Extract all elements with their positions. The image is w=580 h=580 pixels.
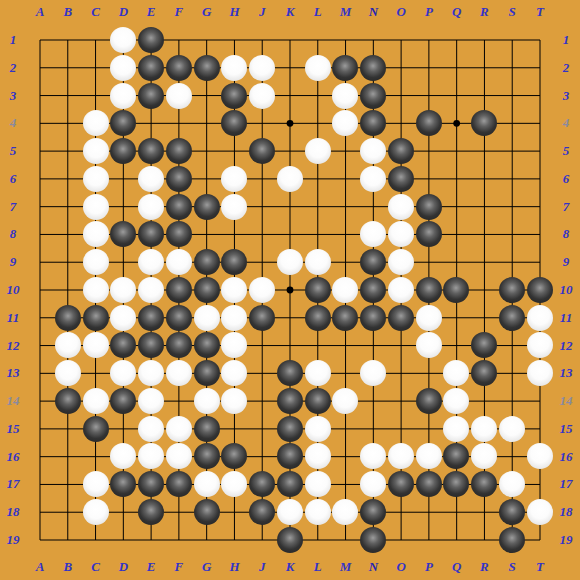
intersection-C16[interactable] — [82, 443, 110, 471]
intersection-H9[interactable] — [220, 248, 248, 276]
intersection-O16[interactable] — [387, 443, 415, 471]
intersection-Q15[interactable] — [443, 415, 471, 443]
intersection-P10[interactable] — [415, 276, 443, 304]
intersection-N17[interactable] — [359, 470, 387, 498]
intersection-G18[interactable] — [193, 498, 221, 526]
intersection-Q7[interactable] — [443, 193, 471, 221]
intersection-T18[interactable] — [526, 498, 554, 526]
intersection-L17[interactable] — [304, 470, 332, 498]
intersection-J1[interactable] — [248, 26, 276, 54]
intersection-O4[interactable] — [387, 109, 415, 137]
intersection-B7[interactable] — [54, 193, 82, 221]
intersection-B3[interactable] — [54, 82, 82, 110]
intersection-J13[interactable] — [248, 359, 276, 387]
intersection-A11[interactable] — [26, 304, 54, 332]
intersection-S10[interactable] — [498, 276, 526, 304]
intersection-R3[interactable] — [470, 82, 498, 110]
intersection-D18[interactable] — [109, 498, 137, 526]
intersection-J8[interactable] — [248, 220, 276, 248]
intersection-F15[interactable] — [165, 415, 193, 443]
intersection-S11[interactable] — [498, 304, 526, 332]
intersection-B5[interactable] — [54, 137, 82, 165]
intersection-H5[interactable] — [220, 137, 248, 165]
intersection-E17[interactable] — [137, 470, 165, 498]
intersection-E11[interactable] — [137, 304, 165, 332]
intersection-Q2[interactable] — [443, 54, 471, 82]
intersection-Q10[interactable] — [443, 276, 471, 304]
intersection-A13[interactable] — [26, 359, 54, 387]
intersection-H8[interactable] — [220, 220, 248, 248]
intersection-B11[interactable] — [54, 304, 82, 332]
intersection-P15[interactable] — [415, 415, 443, 443]
intersection-R7[interactable] — [470, 193, 498, 221]
intersection-L11[interactable] — [304, 304, 332, 332]
intersection-L8[interactable] — [304, 220, 332, 248]
intersection-F18[interactable] — [165, 498, 193, 526]
intersection-F6[interactable] — [165, 165, 193, 193]
intersection-T8[interactable] — [526, 220, 554, 248]
intersection-D2[interactable] — [109, 54, 137, 82]
intersection-D7[interactable] — [109, 193, 137, 221]
intersection-G19[interactable] — [193, 526, 221, 554]
intersection-R2[interactable] — [470, 54, 498, 82]
intersection-D3[interactable] — [109, 82, 137, 110]
intersection-N3[interactable] — [359, 82, 387, 110]
intersection-F13[interactable] — [165, 359, 193, 387]
intersection-R6[interactable] — [470, 165, 498, 193]
intersection-K11[interactable] — [276, 304, 304, 332]
intersection-M4[interactable] — [332, 109, 360, 137]
intersection-D17[interactable] — [109, 470, 137, 498]
intersection-F19[interactable] — [165, 526, 193, 554]
intersection-H12[interactable] — [220, 332, 248, 360]
intersection-H18[interactable] — [220, 498, 248, 526]
intersection-J15[interactable] — [248, 415, 276, 443]
intersection-F3[interactable] — [165, 82, 193, 110]
intersection-C3[interactable] — [82, 82, 110, 110]
intersection-C12[interactable] — [82, 332, 110, 360]
intersection-B17[interactable] — [54, 470, 82, 498]
intersection-C19[interactable] — [82, 526, 110, 554]
intersection-D10[interactable] — [109, 276, 137, 304]
intersection-E5[interactable] — [137, 137, 165, 165]
intersection-P16[interactable] — [415, 443, 443, 471]
intersection-S18[interactable] — [498, 498, 526, 526]
intersection-E2[interactable] — [137, 54, 165, 82]
intersection-J10[interactable] — [248, 276, 276, 304]
intersection-E6[interactable] — [137, 165, 165, 193]
intersection-N1[interactable] — [359, 26, 387, 54]
intersection-C2[interactable] — [82, 54, 110, 82]
intersection-A7[interactable] — [26, 193, 54, 221]
intersection-S6[interactable] — [498, 165, 526, 193]
intersection-K18[interactable] — [276, 498, 304, 526]
intersection-L12[interactable] — [304, 332, 332, 360]
intersection-B13[interactable] — [54, 359, 82, 387]
intersection-A19[interactable] — [26, 526, 54, 554]
intersection-D19[interactable] — [109, 526, 137, 554]
intersection-E13[interactable] — [137, 359, 165, 387]
intersection-J11[interactable] — [248, 304, 276, 332]
intersection-G3[interactable] — [193, 82, 221, 110]
intersection-T2[interactable] — [526, 54, 554, 82]
intersection-S19[interactable] — [498, 526, 526, 554]
intersection-S4[interactable] — [498, 109, 526, 137]
intersection-C17[interactable] — [82, 470, 110, 498]
intersection-Q6[interactable] — [443, 165, 471, 193]
intersection-M12[interactable] — [332, 332, 360, 360]
intersection-H10[interactable] — [220, 276, 248, 304]
intersection-J6[interactable] — [248, 165, 276, 193]
intersection-B15[interactable] — [54, 415, 82, 443]
intersection-O19[interactable] — [387, 526, 415, 554]
intersection-G2[interactable] — [193, 54, 221, 82]
intersection-O17[interactable] — [387, 470, 415, 498]
intersection-B12[interactable] — [54, 332, 82, 360]
intersection-P1[interactable] — [415, 26, 443, 54]
intersection-Q3[interactable] — [443, 82, 471, 110]
intersection-L3[interactable] — [304, 82, 332, 110]
intersection-C11[interactable] — [82, 304, 110, 332]
intersection-C6[interactable] — [82, 165, 110, 193]
intersection-M19[interactable] — [332, 526, 360, 554]
intersection-O18[interactable] — [387, 498, 415, 526]
intersection-Q13[interactable] — [443, 359, 471, 387]
intersection-M1[interactable] — [332, 26, 360, 54]
intersection-H17[interactable] — [220, 470, 248, 498]
intersection-E10[interactable] — [137, 276, 165, 304]
intersection-E4[interactable] — [137, 109, 165, 137]
intersection-N18[interactable] — [359, 498, 387, 526]
intersection-K8[interactable] — [276, 220, 304, 248]
intersection-M17[interactable] — [332, 470, 360, 498]
intersection-T10[interactable] — [526, 276, 554, 304]
intersection-B18[interactable] — [54, 498, 82, 526]
intersection-Q8[interactable] — [443, 220, 471, 248]
intersection-R18[interactable] — [470, 498, 498, 526]
intersection-T19[interactable] — [526, 526, 554, 554]
intersection-L9[interactable] — [304, 248, 332, 276]
intersection-K13[interactable] — [276, 359, 304, 387]
intersection-S7[interactable] — [498, 193, 526, 221]
intersection-R4[interactable] — [470, 109, 498, 137]
intersection-K9[interactable] — [276, 248, 304, 276]
intersection-T4[interactable] — [526, 109, 554, 137]
intersection-D12[interactable] — [109, 332, 137, 360]
intersection-R9[interactable] — [470, 248, 498, 276]
intersection-N2[interactable] — [359, 54, 387, 82]
intersection-P5[interactable] — [415, 137, 443, 165]
intersection-H19[interactable] — [220, 526, 248, 554]
intersection-O8[interactable] — [387, 220, 415, 248]
intersection-L16[interactable] — [304, 443, 332, 471]
intersection-K7[interactable] — [276, 193, 304, 221]
intersection-C15[interactable] — [82, 415, 110, 443]
intersection-C9[interactable] — [82, 248, 110, 276]
intersection-G6[interactable] — [193, 165, 221, 193]
intersection-K19[interactable] — [276, 526, 304, 554]
intersection-J12[interactable] — [248, 332, 276, 360]
intersection-O12[interactable] — [387, 332, 415, 360]
intersection-P17[interactable] — [415, 470, 443, 498]
intersection-A18[interactable] — [26, 498, 54, 526]
intersection-B19[interactable] — [54, 526, 82, 554]
intersection-S8[interactable] — [498, 220, 526, 248]
intersection-G14[interactable] — [193, 387, 221, 415]
intersection-J19[interactable] — [248, 526, 276, 554]
intersection-P19[interactable] — [415, 526, 443, 554]
intersection-P7[interactable] — [415, 193, 443, 221]
intersection-N14[interactable] — [359, 387, 387, 415]
intersection-M18[interactable] — [332, 498, 360, 526]
intersection-R1[interactable] — [470, 26, 498, 54]
intersection-D8[interactable] — [109, 220, 137, 248]
intersection-J18[interactable] — [248, 498, 276, 526]
intersection-L6[interactable] — [304, 165, 332, 193]
intersection-A10[interactable] — [26, 276, 54, 304]
intersection-M13[interactable] — [332, 359, 360, 387]
intersection-S1[interactable] — [498, 26, 526, 54]
intersection-M2[interactable] — [332, 54, 360, 82]
intersection-H7[interactable] — [220, 193, 248, 221]
intersection-E8[interactable] — [137, 220, 165, 248]
intersection-D1[interactable] — [109, 26, 137, 54]
intersection-E16[interactable] — [137, 443, 165, 471]
intersection-O7[interactable] — [387, 193, 415, 221]
intersection-D4[interactable] — [109, 109, 137, 137]
intersection-H3[interactable] — [220, 82, 248, 110]
intersection-O9[interactable] — [387, 248, 415, 276]
intersection-F1[interactable] — [165, 26, 193, 54]
intersection-Q16[interactable] — [443, 443, 471, 471]
intersection-Q4[interactable] — [443, 109, 471, 137]
intersection-K5[interactable] — [276, 137, 304, 165]
intersection-J7[interactable] — [248, 193, 276, 221]
intersection-A17[interactable] — [26, 470, 54, 498]
intersection-L13[interactable] — [304, 359, 332, 387]
intersection-P13[interactable] — [415, 359, 443, 387]
intersection-R17[interactable] — [470, 470, 498, 498]
intersection-O15[interactable] — [387, 415, 415, 443]
intersection-O10[interactable] — [387, 276, 415, 304]
intersection-O2[interactable] — [387, 54, 415, 82]
intersection-O5[interactable] — [387, 137, 415, 165]
intersection-H13[interactable] — [220, 359, 248, 387]
intersection-K6[interactable] — [276, 165, 304, 193]
intersection-K15[interactable] — [276, 415, 304, 443]
intersection-A5[interactable] — [26, 137, 54, 165]
intersection-T15[interactable] — [526, 415, 554, 443]
intersection-Q17[interactable] — [443, 470, 471, 498]
intersection-R5[interactable] — [470, 137, 498, 165]
intersection-T17[interactable] — [526, 470, 554, 498]
intersection-P6[interactable] — [415, 165, 443, 193]
intersection-J3[interactable] — [248, 82, 276, 110]
intersection-R8[interactable] — [470, 220, 498, 248]
intersection-F7[interactable] — [165, 193, 193, 221]
intersection-M15[interactable] — [332, 415, 360, 443]
intersection-S9[interactable] — [498, 248, 526, 276]
intersection-F12[interactable] — [165, 332, 193, 360]
intersection-J16[interactable] — [248, 443, 276, 471]
intersection-S17[interactable] — [498, 470, 526, 498]
intersection-S3[interactable] — [498, 82, 526, 110]
intersection-R14[interactable] — [470, 387, 498, 415]
intersection-C5[interactable] — [82, 137, 110, 165]
intersection-P9[interactable] — [415, 248, 443, 276]
intersection-M16[interactable] — [332, 443, 360, 471]
intersection-M6[interactable] — [332, 165, 360, 193]
intersection-A9[interactable] — [26, 248, 54, 276]
intersection-N15[interactable] — [359, 415, 387, 443]
intersection-N4[interactable] — [359, 109, 387, 137]
intersection-J17[interactable] — [248, 470, 276, 498]
intersection-E12[interactable] — [137, 332, 165, 360]
intersection-G17[interactable] — [193, 470, 221, 498]
intersection-L14[interactable] — [304, 387, 332, 415]
intersection-G1[interactable] — [193, 26, 221, 54]
intersection-H2[interactable] — [220, 54, 248, 82]
intersection-A16[interactable] — [26, 443, 54, 471]
intersection-G8[interactable] — [193, 220, 221, 248]
intersection-T6[interactable] — [526, 165, 554, 193]
intersection-L15[interactable] — [304, 415, 332, 443]
intersection-F11[interactable] — [165, 304, 193, 332]
intersection-G4[interactable] — [193, 109, 221, 137]
intersection-S15[interactable] — [498, 415, 526, 443]
intersection-D16[interactable] — [109, 443, 137, 471]
intersection-R10[interactable] — [470, 276, 498, 304]
intersection-J5[interactable] — [248, 137, 276, 165]
intersection-R13[interactable] — [470, 359, 498, 387]
intersection-B9[interactable] — [54, 248, 82, 276]
intersection-S14[interactable] — [498, 387, 526, 415]
intersection-F8[interactable] — [165, 220, 193, 248]
intersection-E3[interactable] — [137, 82, 165, 110]
intersection-L10[interactable] — [304, 276, 332, 304]
intersection-R19[interactable] — [470, 526, 498, 554]
intersection-A3[interactable] — [26, 82, 54, 110]
intersection-K3[interactable] — [276, 82, 304, 110]
intersection-P12[interactable] — [415, 332, 443, 360]
intersection-M14[interactable] — [332, 387, 360, 415]
intersection-C14[interactable] — [82, 387, 110, 415]
intersection-H16[interactable] — [220, 443, 248, 471]
intersection-S12[interactable] — [498, 332, 526, 360]
intersection-A14[interactable] — [26, 387, 54, 415]
intersection-G9[interactable] — [193, 248, 221, 276]
intersection-T14[interactable] — [526, 387, 554, 415]
intersection-M10[interactable] — [332, 276, 360, 304]
intersection-G12[interactable] — [193, 332, 221, 360]
intersection-R16[interactable] — [470, 443, 498, 471]
intersection-L18[interactable] — [304, 498, 332, 526]
intersection-S16[interactable] — [498, 443, 526, 471]
intersection-G7[interactable] — [193, 193, 221, 221]
intersection-H6[interactable] — [220, 165, 248, 193]
intersection-T7[interactable] — [526, 193, 554, 221]
intersection-Q12[interactable] — [443, 332, 471, 360]
intersection-O13[interactable] — [387, 359, 415, 387]
intersection-A6[interactable] — [26, 165, 54, 193]
intersection-C13[interactable] — [82, 359, 110, 387]
intersection-G5[interactable] — [193, 137, 221, 165]
intersection-N5[interactable] — [359, 137, 387, 165]
intersection-T5[interactable] — [526, 137, 554, 165]
intersection-C8[interactable] — [82, 220, 110, 248]
intersection-G13[interactable] — [193, 359, 221, 387]
intersection-K1[interactable] — [276, 26, 304, 54]
intersection-S5[interactable] — [498, 137, 526, 165]
intersection-R11[interactable] — [470, 304, 498, 332]
intersection-Q14[interactable] — [443, 387, 471, 415]
intersection-E9[interactable] — [137, 248, 165, 276]
intersection-O1[interactable] — [387, 26, 415, 54]
intersection-S13[interactable] — [498, 359, 526, 387]
intersection-F17[interactable] — [165, 470, 193, 498]
intersection-D9[interactable] — [109, 248, 137, 276]
intersection-N13[interactable] — [359, 359, 387, 387]
intersection-E1[interactable] — [137, 26, 165, 54]
intersection-K17[interactable] — [276, 470, 304, 498]
intersection-A2[interactable] — [26, 54, 54, 82]
intersection-S2[interactable] — [498, 54, 526, 82]
intersection-P3[interactable] — [415, 82, 443, 110]
intersection-J9[interactable] — [248, 248, 276, 276]
intersection-H14[interactable] — [220, 387, 248, 415]
intersection-H15[interactable] — [220, 415, 248, 443]
intersection-D11[interactable] — [109, 304, 137, 332]
intersection-Q11[interactable] — [443, 304, 471, 332]
intersection-D5[interactable] — [109, 137, 137, 165]
intersection-N8[interactable] — [359, 220, 387, 248]
intersection-P8[interactable] — [415, 220, 443, 248]
intersection-E19[interactable] — [137, 526, 165, 554]
intersection-M11[interactable] — [332, 304, 360, 332]
intersection-N11[interactable] — [359, 304, 387, 332]
intersection-P18[interactable] — [415, 498, 443, 526]
intersection-T9[interactable] — [526, 248, 554, 276]
intersection-B2[interactable] — [54, 54, 82, 82]
intersection-T11[interactable] — [526, 304, 554, 332]
intersection-B14[interactable] — [54, 387, 82, 415]
intersection-F4[interactable] — [165, 109, 193, 137]
intersection-D13[interactable] — [109, 359, 137, 387]
intersection-M5[interactable] — [332, 137, 360, 165]
intersection-N12[interactable] — [359, 332, 387, 360]
intersection-K16[interactable] — [276, 443, 304, 471]
intersection-F16[interactable] — [165, 443, 193, 471]
intersection-B4[interactable] — [54, 109, 82, 137]
intersection-N19[interactable] — [359, 526, 387, 554]
intersection-D6[interactable] — [109, 165, 137, 193]
intersection-E15[interactable] — [137, 415, 165, 443]
intersection-K12[interactable] — [276, 332, 304, 360]
intersection-M8[interactable] — [332, 220, 360, 248]
intersection-O11[interactable] — [387, 304, 415, 332]
intersection-P14[interactable] — [415, 387, 443, 415]
intersection-P4[interactable] — [415, 109, 443, 137]
intersection-A4[interactable] — [26, 109, 54, 137]
intersection-P11[interactable] — [415, 304, 443, 332]
intersection-M3[interactable] — [332, 82, 360, 110]
intersection-E18[interactable] — [137, 498, 165, 526]
intersection-J4[interactable] — [248, 109, 276, 137]
intersection-Q5[interactable] — [443, 137, 471, 165]
intersection-J2[interactable] — [248, 54, 276, 82]
intersection-L2[interactable] — [304, 54, 332, 82]
intersection-K2[interactable] — [276, 54, 304, 82]
